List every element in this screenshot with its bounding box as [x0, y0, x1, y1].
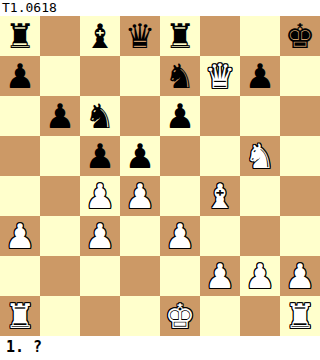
square-a8[interactable]: ♜ [0, 16, 40, 56]
square-e6[interactable]: ♟ [160, 96, 200, 136]
square-g4[interactable] [240, 176, 280, 216]
square-c7[interactable] [80, 56, 120, 96]
piece-white-pawn[interactable]: ♟ [125, 176, 155, 216]
piece-white-pawn[interactable]: ♟ [245, 256, 275, 296]
piece-black-knight[interactable]: ♞ [165, 56, 195, 96]
piece-black-rook[interactable]: ♜ [165, 16, 195, 56]
piece-white-queen[interactable]: ♛ [205, 56, 235, 96]
square-a4[interactable] [0, 176, 40, 216]
piece-black-king[interactable]: ♚ [285, 16, 315, 56]
move-prompt: 1. ? [0, 336, 320, 360]
piece-white-rook[interactable]: ♜ [285, 296, 315, 336]
square-g5[interactable]: ♞ [240, 136, 280, 176]
square-f8[interactable] [200, 16, 240, 56]
piece-black-knight[interactable]: ♞ [85, 96, 115, 136]
square-g3[interactable] [240, 216, 280, 256]
square-f2[interactable]: ♟ [200, 256, 240, 296]
square-c2[interactable] [80, 256, 120, 296]
square-a1[interactable]: ♜ [0, 296, 40, 336]
square-f1[interactable] [200, 296, 240, 336]
square-b4[interactable] [40, 176, 80, 216]
piece-black-pawn[interactable]: ♟ [5, 56, 35, 96]
piece-white-pawn[interactable]: ♟ [85, 216, 115, 256]
square-g2[interactable]: ♟ [240, 256, 280, 296]
square-b2[interactable] [40, 256, 80, 296]
square-h8[interactable]: ♚ [280, 16, 320, 56]
square-b1[interactable] [40, 296, 80, 336]
square-g7[interactable]: ♟ [240, 56, 280, 96]
square-d1[interactable] [120, 296, 160, 336]
square-h4[interactable] [280, 176, 320, 216]
square-b8[interactable] [40, 16, 80, 56]
square-d3[interactable] [120, 216, 160, 256]
square-f3[interactable] [200, 216, 240, 256]
square-g8[interactable] [240, 16, 280, 56]
square-g6[interactable] [240, 96, 280, 136]
piece-black-pawn[interactable]: ♟ [125, 136, 155, 176]
square-c4[interactable]: ♟ [80, 176, 120, 216]
piece-white-pawn[interactable]: ♟ [205, 256, 235, 296]
square-h3[interactable] [280, 216, 320, 256]
square-a5[interactable] [0, 136, 40, 176]
piece-white-king[interactable]: ♚ [165, 296, 195, 336]
piece-white-pawn[interactable]: ♟ [85, 176, 115, 216]
piece-white-knight[interactable]: ♞ [245, 136, 275, 176]
square-f4[interactable]: ♝ [200, 176, 240, 216]
piece-white-rook[interactable]: ♜ [5, 296, 35, 336]
square-c1[interactable] [80, 296, 120, 336]
square-a2[interactable] [0, 256, 40, 296]
piece-black-pawn[interactable]: ♟ [165, 96, 195, 136]
square-b6[interactable]: ♟ [40, 96, 80, 136]
piece-black-pawn[interactable]: ♟ [245, 56, 275, 96]
square-e7[interactable]: ♞ [160, 56, 200, 96]
square-h1[interactable]: ♜ [280, 296, 320, 336]
piece-white-pawn[interactable]: ♟ [5, 216, 35, 256]
piece-white-bishop[interactable]: ♝ [205, 176, 235, 216]
piece-black-rook[interactable]: ♜ [5, 16, 35, 56]
square-h7[interactable] [280, 56, 320, 96]
square-d7[interactable] [120, 56, 160, 96]
piece-white-pawn[interactable]: ♟ [165, 216, 195, 256]
square-e5[interactable] [160, 136, 200, 176]
piece-black-bishop[interactable]: ♝ [85, 16, 115, 56]
square-b5[interactable] [40, 136, 80, 176]
square-f6[interactable] [200, 96, 240, 136]
square-a6[interactable] [0, 96, 40, 136]
square-a3[interactable]: ♟ [0, 216, 40, 256]
square-d5[interactable]: ♟ [120, 136, 160, 176]
square-e1[interactable]: ♚ [160, 296, 200, 336]
piece-white-pawn[interactable]: ♟ [285, 256, 315, 296]
piece-black-queen[interactable]: ♛ [125, 16, 155, 56]
square-a7[interactable]: ♟ [0, 56, 40, 96]
square-b7[interactable] [40, 56, 80, 96]
square-c3[interactable]: ♟ [80, 216, 120, 256]
square-g1[interactable] [240, 296, 280, 336]
square-d6[interactable] [120, 96, 160, 136]
square-h2[interactable]: ♟ [280, 256, 320, 296]
square-d4[interactable]: ♟ [120, 176, 160, 216]
square-c6[interactable]: ♞ [80, 96, 120, 136]
square-f5[interactable] [200, 136, 240, 176]
piece-black-pawn[interactable]: ♟ [85, 136, 115, 176]
square-c5[interactable]: ♟ [80, 136, 120, 176]
square-h6[interactable] [280, 96, 320, 136]
square-c8[interactable]: ♝ [80, 16, 120, 56]
puzzle-id: T1.0618 [0, 0, 320, 16]
square-d8[interactable]: ♛ [120, 16, 160, 56]
square-b3[interactable] [40, 216, 80, 256]
square-f7[interactable]: ♛ [200, 56, 240, 96]
square-h5[interactable] [280, 136, 320, 176]
square-d2[interactable] [120, 256, 160, 296]
square-e3[interactable]: ♟ [160, 216, 200, 256]
piece-black-pawn[interactable]: ♟ [45, 96, 75, 136]
square-e8[interactable]: ♜ [160, 16, 200, 56]
square-e4[interactable] [160, 176, 200, 216]
chess-board: ♜♝♛♜♚♟♞♛♟♟♞♟♟♟♞♟♟♝♟♟♟♟♟♟♜♚♜ [0, 16, 320, 336]
square-e2[interactable] [160, 256, 200, 296]
